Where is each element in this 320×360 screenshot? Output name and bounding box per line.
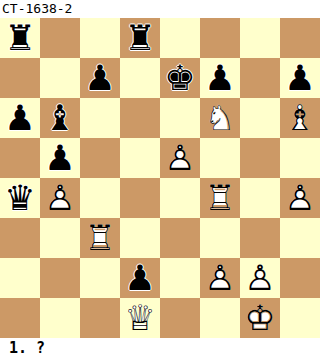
square-c1[interactable]: [80, 298, 120, 338]
square-h3[interactable]: [280, 218, 320, 258]
white-rook: ♖: [200, 178, 240, 218]
square-b3[interactable]: [40, 218, 80, 258]
square-g4[interactable]: [240, 178, 280, 218]
black-pawn: ♟: [0, 98, 40, 138]
square-d4[interactable]: [120, 178, 160, 218]
square-a4[interactable]: ♛: [0, 178, 40, 218]
square-h6[interactable]: ♝♗: [280, 98, 320, 138]
square-g8[interactable]: [240, 18, 280, 58]
square-e7[interactable]: ♚: [160, 58, 200, 98]
black-pawn: ♟: [200, 58, 240, 98]
square-c6[interactable]: [80, 98, 120, 138]
square-a3[interactable]: [0, 218, 40, 258]
square-h7[interactable]: ♟: [280, 58, 320, 98]
square-e5[interactable]: ♟♙: [160, 138, 200, 178]
square-c2[interactable]: [80, 258, 120, 298]
white-pawn: ♙: [240, 258, 280, 298]
black-rook: ♜: [0, 18, 40, 58]
square-h4[interactable]: ♟♙: [280, 178, 320, 218]
square-c4[interactable]: [80, 178, 120, 218]
white-pawn: ♙: [200, 258, 240, 298]
black-rook: ♜: [120, 18, 160, 58]
square-b5[interactable]: ♟: [40, 138, 80, 178]
square-a1[interactable]: [0, 298, 40, 338]
square-a6[interactable]: ♟: [0, 98, 40, 138]
black-bishop: ♝: [40, 98, 80, 138]
square-f7[interactable]: ♟: [200, 58, 240, 98]
square-a8[interactable]: ♜: [0, 18, 40, 58]
square-c8[interactable]: [80, 18, 120, 58]
square-e6[interactable]: [160, 98, 200, 138]
black-king: ♚: [160, 58, 200, 98]
square-d2[interactable]: ♟: [120, 258, 160, 298]
square-e4[interactable]: [160, 178, 200, 218]
black-pawn: ♟: [80, 58, 120, 98]
square-g6[interactable]: [240, 98, 280, 138]
white-king: ♔: [240, 298, 280, 338]
square-d1[interactable]: ♛♕: [120, 298, 160, 338]
square-d8[interactable]: ♜: [120, 18, 160, 58]
square-f8[interactable]: [200, 18, 240, 58]
square-c7[interactable]: ♟: [80, 58, 120, 98]
black-pawn: ♟: [280, 58, 320, 98]
square-e3[interactable]: [160, 218, 200, 258]
white-bishop: ♗: [280, 98, 320, 138]
square-g1[interactable]: ♚♔: [240, 298, 280, 338]
square-e1[interactable]: [160, 298, 200, 338]
white-queen: ♕: [120, 298, 160, 338]
square-d3[interactable]: [120, 218, 160, 258]
white-pawn: ♙: [40, 178, 80, 218]
white-pawn: ♙: [160, 138, 200, 178]
puzzle-title: CT-1638-2: [0, 0, 320, 18]
square-h8[interactable]: [280, 18, 320, 58]
square-b8[interactable]: [40, 18, 80, 58]
square-f3[interactable]: [200, 218, 240, 258]
white-rook: ♖: [80, 218, 120, 258]
square-a2[interactable]: [0, 258, 40, 298]
square-d5[interactable]: [120, 138, 160, 178]
chess-board: ♜♜♟♚♟♟♟♝♞♘♝♗♟♟♙♛♟♙♜♖♟♙♜♖♟♟♙♟♙♛♕♚♔: [0, 18, 320, 338]
square-g7[interactable]: [240, 58, 280, 98]
square-h1[interactable]: [280, 298, 320, 338]
square-b7[interactable]: [40, 58, 80, 98]
square-f4[interactable]: ♜♖: [200, 178, 240, 218]
square-a7[interactable]: [0, 58, 40, 98]
move-prompt: 1. ?: [0, 338, 320, 360]
square-h5[interactable]: [280, 138, 320, 178]
square-g3[interactable]: [240, 218, 280, 258]
square-f1[interactable]: [200, 298, 240, 338]
white-pawn: ♙: [280, 178, 320, 218]
square-f2[interactable]: ♟♙: [200, 258, 240, 298]
square-c5[interactable]: [80, 138, 120, 178]
square-b6[interactable]: ♝: [40, 98, 80, 138]
square-f5[interactable]: [200, 138, 240, 178]
square-a5[interactable]: [0, 138, 40, 178]
square-d6[interactable]: [120, 98, 160, 138]
square-c3[interactable]: ♜♖: [80, 218, 120, 258]
chess-puzzle-page: CT-1638-2 ♜♜♟♚♟♟♟♝♞♘♝♗♟♟♙♛♟♙♜♖♟♙♜♖♟♟♙♟♙♛…: [0, 0, 320, 360]
square-e2[interactable]: [160, 258, 200, 298]
black-queen: ♛: [0, 178, 40, 218]
black-pawn: ♟: [120, 258, 160, 298]
white-knight: ♘: [200, 98, 240, 138]
square-g2[interactable]: ♟♙: [240, 258, 280, 298]
square-h2[interactable]: [280, 258, 320, 298]
square-f6[interactable]: ♞♘: [200, 98, 240, 138]
square-b1[interactable]: [40, 298, 80, 338]
square-b2[interactable]: [40, 258, 80, 298]
black-pawn: ♟: [40, 138, 80, 178]
square-g5[interactable]: [240, 138, 280, 178]
square-d7[interactable]: [120, 58, 160, 98]
square-b4[interactable]: ♟♙: [40, 178, 80, 218]
square-e8[interactable]: [160, 18, 200, 58]
